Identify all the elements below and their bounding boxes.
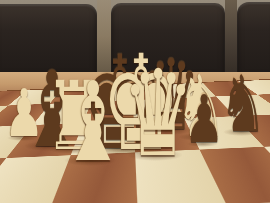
light-bishop[interactable]: ♝ [60, 68, 126, 178]
light-queen[interactable]: ♛ [122, 54, 194, 174]
chess-photo-scene: ♟♝♜♝♚♚♛♛♞♟♞ [0, 0, 270, 203]
